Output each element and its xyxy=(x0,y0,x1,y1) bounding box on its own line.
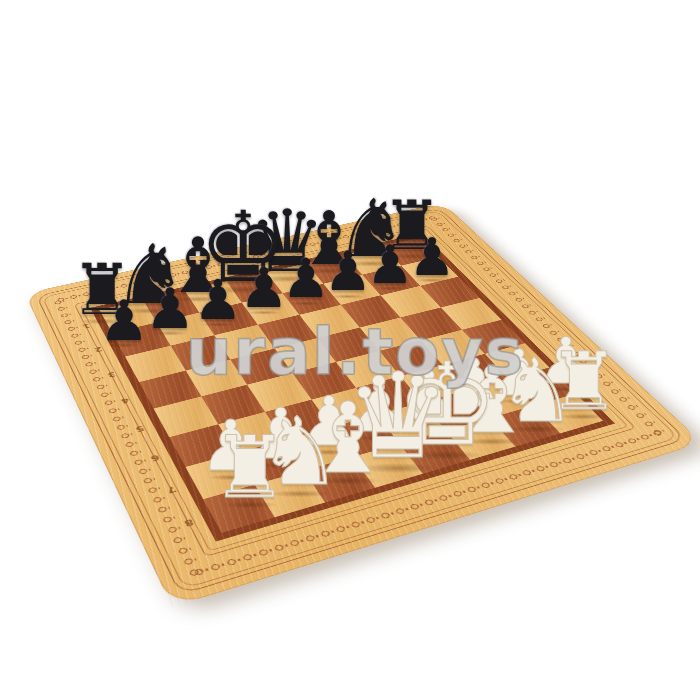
rank-label-8: 8 xyxy=(182,517,195,527)
rank-label-3: 3 xyxy=(106,370,117,378)
black-pawn-f7[interactable]: ♟ xyxy=(324,245,372,299)
black-pawn-e7[interactable]: ♟ xyxy=(282,252,330,306)
black-pawn-d7[interactable]: ♟ xyxy=(239,261,288,316)
white-rook-a1[interactable]: ♜ xyxy=(211,424,288,510)
rank-label-5: 5 xyxy=(134,424,145,433)
rank-label-7: 7 xyxy=(165,484,177,494)
product-photo: 12345678 ♜♞♝♚♛♝♞♜♟♟♟♟♟♟♟♟♟♟♟♟♟♟♟♟♜♞♝♛♚♝♞… xyxy=(0,0,700,700)
black-pawn-b7[interactable]: ♟ xyxy=(145,281,195,337)
black-pawn-h7[interactable]: ♟ xyxy=(409,231,456,283)
black-pawn-c7[interactable]: ♟ xyxy=(193,273,242,328)
black-pawn-a7[interactable]: ♟ xyxy=(99,293,149,349)
pieces-layer: ♜♞♝♚♛♝♞♜♟♟♟♟♟♟♟♟♟♟♟♟♟♟♟♟♜♞♝♛♚♝♞♜ xyxy=(0,0,700,700)
black-pawn-g7[interactable]: ♟ xyxy=(366,238,414,291)
rank-label-4: 4 xyxy=(120,396,131,404)
rank-label-6: 6 xyxy=(149,453,161,462)
